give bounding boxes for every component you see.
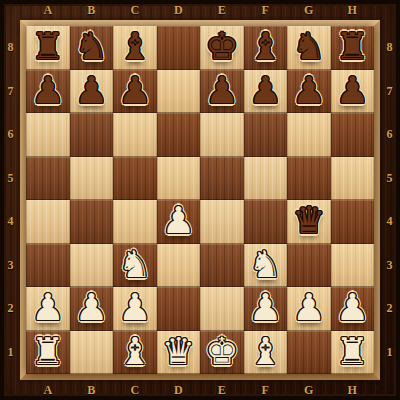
square-e3[interactable] [200, 244, 244, 288]
square-e6[interactable] [200, 113, 244, 157]
black-pawn[interactable]: ♟ [249, 72, 282, 109]
white-queen[interactable]: ♛ [162, 333, 195, 370]
black-queen[interactable]: ♛ [292, 202, 325, 239]
square-h7[interactable]: ♟ [331, 70, 375, 114]
square-g8[interactable]: ♞ [287, 26, 331, 70]
square-c5[interactable] [113, 157, 157, 201]
white-pawn[interactable]: ♟ [118, 289, 151, 326]
square-b4[interactable] [70, 200, 114, 244]
white-knight[interactable]: ♞ [118, 246, 151, 283]
white-bishop[interactable]: ♝ [118, 333, 151, 370]
square-d4[interactable]: ♟ [157, 200, 201, 244]
square-f1[interactable]: ♝ [244, 331, 288, 375]
square-e2[interactable] [200, 287, 244, 331]
square-a1[interactable]: ♜ [26, 331, 70, 375]
square-c8[interactable]: ♝ [113, 26, 157, 70]
black-bishop[interactable]: ♝ [118, 28, 151, 65]
square-a5[interactable] [26, 157, 70, 201]
square-f8[interactable]: ♝ [244, 26, 288, 70]
white-bishop[interactable]: ♝ [249, 333, 282, 370]
white-pawn[interactable]: ♟ [249, 289, 282, 326]
square-g4[interactable]: ♛ [287, 200, 331, 244]
square-b3[interactable] [70, 244, 114, 288]
square-g3[interactable] [287, 244, 331, 288]
square-g1[interactable] [287, 331, 331, 375]
square-b5[interactable] [70, 157, 114, 201]
square-f5[interactable] [244, 157, 288, 201]
square-e1[interactable]: ♚ [200, 331, 244, 375]
square-d2[interactable] [157, 287, 201, 331]
square-e5[interactable] [200, 157, 244, 201]
white-rook[interactable]: ♜ [31, 333, 64, 370]
square-b2[interactable]: ♟ [70, 287, 114, 331]
black-pawn[interactable]: ♟ [336, 72, 369, 109]
white-king[interactable]: ♚ [205, 333, 238, 370]
square-d7[interactable] [157, 70, 201, 114]
square-f4[interactable] [244, 200, 288, 244]
square-h4[interactable] [331, 200, 375, 244]
square-b8[interactable]: ♞ [70, 26, 114, 70]
chess-board: ABCDEFGH ABCDEFGH 87654321 87654321 ♜♞♝♚… [0, 0, 400, 400]
square-h8[interactable]: ♜ [331, 26, 375, 70]
square-g2[interactable]: ♟ [287, 287, 331, 331]
square-c1[interactable]: ♝ [113, 331, 157, 375]
black-knight[interactable]: ♞ [75, 28, 108, 65]
white-pawn[interactable]: ♟ [162, 202, 195, 239]
black-pawn[interactable]: ♟ [118, 72, 151, 109]
square-c2[interactable]: ♟ [113, 287, 157, 331]
square-e8[interactable]: ♚ [200, 26, 244, 70]
square-a4[interactable] [26, 200, 70, 244]
square-e7[interactable]: ♟ [200, 70, 244, 114]
white-pawn[interactable]: ♟ [75, 289, 108, 326]
white-pawn[interactable]: ♟ [31, 289, 64, 326]
square-c3[interactable]: ♞ [113, 244, 157, 288]
white-pawn[interactable]: ♟ [292, 289, 325, 326]
square-a8[interactable]: ♜ [26, 26, 70, 70]
square-h5[interactable] [331, 157, 375, 201]
black-bishop[interactable]: ♝ [249, 28, 282, 65]
square-b6[interactable] [70, 113, 114, 157]
black-knight[interactable]: ♞ [292, 28, 325, 65]
square-c4[interactable] [113, 200, 157, 244]
black-pawn[interactable]: ♟ [75, 72, 108, 109]
square-f6[interactable] [244, 113, 288, 157]
square-d3[interactable] [157, 244, 201, 288]
black-rook[interactable]: ♜ [31, 28, 64, 65]
square-f3[interactable]: ♞ [244, 244, 288, 288]
square-h6[interactable] [331, 113, 375, 157]
white-knight[interactable]: ♞ [249, 246, 282, 283]
black-pawn[interactable]: ♟ [205, 72, 238, 109]
black-king[interactable]: ♚ [205, 28, 238, 65]
square-d6[interactable] [157, 113, 201, 157]
square-g6[interactable] [287, 113, 331, 157]
black-pawn[interactable]: ♟ [31, 72, 64, 109]
board-grid: ♜♞♝♚♝♞♜♟♟♟♟♟♟♟♟♛♞♞♟♟♟♟♟♟♜♝♛♚♝♜ [26, 26, 374, 374]
square-a7[interactable]: ♟ [26, 70, 70, 114]
square-c7[interactable]: ♟ [113, 70, 157, 114]
black-rook[interactable]: ♜ [336, 28, 369, 65]
black-pawn[interactable]: ♟ [292, 72, 325, 109]
square-a3[interactable] [26, 244, 70, 288]
square-e4[interactable] [200, 200, 244, 244]
square-h3[interactable] [331, 244, 375, 288]
square-g5[interactable] [287, 157, 331, 201]
square-h2[interactable]: ♟ [331, 287, 375, 331]
square-f7[interactable]: ♟ [244, 70, 288, 114]
square-f2[interactable]: ♟ [244, 287, 288, 331]
square-d8[interactable] [157, 26, 201, 70]
white-rook[interactable]: ♜ [336, 333, 369, 370]
square-b1[interactable] [70, 331, 114, 375]
square-d5[interactable] [157, 157, 201, 201]
square-g7[interactable]: ♟ [287, 70, 331, 114]
square-b7[interactable]: ♟ [70, 70, 114, 114]
square-h1[interactable]: ♜ [331, 331, 375, 375]
square-a6[interactable] [26, 113, 70, 157]
white-pawn[interactable]: ♟ [336, 289, 369, 326]
square-a2[interactable]: ♟ [26, 287, 70, 331]
square-c6[interactable] [113, 113, 157, 157]
square-d1[interactable]: ♛ [157, 331, 201, 375]
